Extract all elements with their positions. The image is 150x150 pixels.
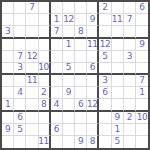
cell-r9c9[interactable] <box>99 99 111 111</box>
cell-r9c10[interactable] <box>112 99 124 111</box>
cell-r5c7[interactable] <box>75 51 87 63</box>
cell-r10c3[interactable] <box>26 112 38 124</box>
sudoku-board: 7261129117378111129712533105611374296118… <box>0 0 150 150</box>
cell-r1c10[interactable] <box>112 2 124 14</box>
cell-r4c2[interactable] <box>14 39 26 51</box>
cell-r12c9[interactable] <box>99 136 111 148</box>
given-digit: 1 <box>139 88 144 97</box>
given-digit: 1 <box>66 40 71 49</box>
cell-r8c6: 9 <box>63 87 75 99</box>
cell-r12c5[interactable] <box>51 136 63 148</box>
given-digit: 7 <box>54 27 59 36</box>
given-digit: 6 <box>90 63 95 72</box>
cell-r2c11: 7 <box>124 14 136 26</box>
given-digit: 9 <box>5 125 10 134</box>
given-digit: 4 <box>17 88 22 97</box>
cell-r10c12: 10 <box>136 112 148 124</box>
cell-r11c5: 6 <box>51 124 63 136</box>
cell-r8c5[interactable] <box>51 87 63 99</box>
cell-r3c3[interactable] <box>26 26 38 38</box>
cell-r6c7[interactable] <box>75 63 87 75</box>
given-digit: 8 <box>41 100 46 109</box>
cell-r9c4: 8 <box>39 99 51 111</box>
cell-r7c3: 11 <box>26 75 38 87</box>
given-digit: 7 <box>17 52 22 61</box>
cell-r12c12[interactable] <box>136 136 148 148</box>
given-digit: 6 <box>54 125 59 134</box>
cell-r7c8[interactable] <box>87 75 99 87</box>
cell-r10c4[interactable] <box>39 112 51 124</box>
cell-r1c1[interactable] <box>2 2 14 14</box>
given-digit: 12 <box>100 40 110 49</box>
cell-r9c12[interactable] <box>136 99 148 111</box>
cell-r10c5[interactable] <box>51 112 63 124</box>
cell-r9c11[interactable] <box>124 99 136 111</box>
cell-r7c10[interactable] <box>112 75 124 87</box>
given-digit: 6 <box>139 3 144 12</box>
given-digit: 1 <box>114 125 119 134</box>
cell-r12c7: 9 <box>75 136 87 148</box>
cell-r4c4[interactable] <box>39 39 51 51</box>
cell-r2c1[interactable] <box>2 14 14 26</box>
given-digit: 10 <box>39 63 49 72</box>
cell-r4c10[interactable] <box>112 39 124 51</box>
cell-r10c1[interactable] <box>2 112 14 124</box>
cell-r2c4[interactable] <box>39 14 51 26</box>
cell-r10c9[interactable] <box>99 112 111 124</box>
given-digit: 7 <box>127 15 132 24</box>
cell-r1c12: 6 <box>136 2 148 14</box>
cell-r1c9: 2 <box>99 2 111 14</box>
cell-r9c5: 4 <box>51 99 63 111</box>
cell-r12c2[interactable] <box>14 136 26 148</box>
given-digit: 9 <box>66 88 71 97</box>
cell-r3c5: 7 <box>51 26 63 38</box>
cell-r11c1: 9 <box>2 124 14 136</box>
cell-r8c4: 2 <box>39 87 51 99</box>
cell-r2c6: 12 <box>63 14 75 26</box>
cell-r3c8[interactable] <box>87 26 99 38</box>
cell-r5c9: 5 <box>99 51 111 63</box>
given-digit: 12 <box>27 52 37 61</box>
cell-r11c12[interactable] <box>136 124 148 136</box>
cell-r6c10[interactable] <box>112 63 124 75</box>
cell-r4c12: 9 <box>136 39 148 51</box>
cell-r6c3[interactable] <box>26 63 38 75</box>
cell-r12c1[interactable] <box>2 136 14 148</box>
given-digit: 12 <box>87 100 97 109</box>
given-digit: 3 <box>127 52 132 61</box>
cell-r5c2: 7 <box>14 51 26 63</box>
cell-r2c12[interactable] <box>136 14 148 26</box>
cell-r8c9: 6 <box>99 87 111 99</box>
given-digit: 2 <box>102 3 107 12</box>
cell-r5c8[interactable] <box>87 51 99 63</box>
cell-r11c7[interactable] <box>75 124 87 136</box>
cell-r1c11[interactable] <box>124 2 136 14</box>
given-digit: 6 <box>17 113 22 122</box>
cell-r6c6: 5 <box>63 63 75 75</box>
cell-r7c6[interactable] <box>63 75 75 87</box>
cell-r1c3: 7 <box>26 2 38 14</box>
cell-r1c5[interactable] <box>51 2 63 14</box>
cell-r9c6[interactable] <box>63 99 75 111</box>
given-digit: 9 <box>114 113 119 122</box>
cell-r12c6[interactable] <box>63 136 75 148</box>
cell-r6c4: 10 <box>39 63 51 75</box>
cell-r7c5[interactable] <box>51 75 63 87</box>
cell-r7c1[interactable] <box>2 75 14 87</box>
cell-r7c11[interactable] <box>124 75 136 87</box>
cell-r8c1[interactable] <box>2 87 14 99</box>
given-digit: 2 <box>41 88 46 97</box>
cell-r8c7[interactable] <box>75 87 87 99</box>
given-digit: 1 <box>54 15 59 24</box>
cell-r11c3[interactable] <box>26 124 38 136</box>
cell-r12c8: 8 <box>87 136 99 148</box>
cell-r10c6[interactable] <box>63 112 75 124</box>
cell-r1c8[interactable] <box>87 2 99 14</box>
cell-r6c11[interactable] <box>124 63 136 75</box>
given-digit: 9 <box>78 137 83 146</box>
cell-r2c3[interactable] <box>26 14 38 26</box>
cell-r7c4[interactable] <box>39 75 51 87</box>
given-digit: 6 <box>102 88 107 97</box>
cell-r1c7[interactable] <box>75 2 87 14</box>
cell-r8c10[interactable] <box>112 87 124 99</box>
cell-r11c2: 5 <box>14 124 26 136</box>
cell-r2c2[interactable] <box>14 14 26 26</box>
given-digit: 5 <box>17 125 22 134</box>
cell-r8c2: 4 <box>14 87 26 99</box>
cell-r6c1[interactable] <box>2 63 14 75</box>
cell-r10c11: 2 <box>124 112 136 124</box>
cell-r5c12[interactable] <box>136 51 148 63</box>
cell-r7c7[interactable] <box>75 75 87 87</box>
cell-r1c2[interactable] <box>14 2 26 14</box>
given-digit: 9 <box>90 15 95 24</box>
given-digit: 8 <box>78 27 83 36</box>
cell-r3c11[interactable] <box>124 26 136 38</box>
cell-r12c10: 5 <box>112 136 124 148</box>
given-digit: 10 <box>137 113 147 122</box>
cell-r10c7[interactable] <box>75 112 87 124</box>
cell-r4c3[interactable] <box>26 39 38 51</box>
cell-r5c10[interactable] <box>112 51 124 63</box>
cell-r12c11[interactable] <box>124 136 136 148</box>
given-digit: 7 <box>29 3 34 12</box>
cell-r8c11[interactable] <box>124 87 136 99</box>
cell-r8c12: 1 <box>136 87 148 99</box>
cell-r2c10: 11 <box>112 14 124 26</box>
cell-r10c2: 6 <box>14 112 26 124</box>
given-digit: 11 <box>27 76 37 85</box>
cell-r6c12[interactable] <box>136 63 148 75</box>
cell-r3c9[interactable] <box>99 26 111 38</box>
cell-r4c11[interactable] <box>124 39 136 51</box>
given-digit: 3 <box>102 76 107 85</box>
cell-r1c4[interactable] <box>39 2 51 14</box>
cell-r2c5: 1 <box>51 14 63 26</box>
given-digit: 2 <box>127 113 132 122</box>
cell-r1c6[interactable] <box>63 2 75 14</box>
cell-r10c10: 9 <box>112 112 124 124</box>
cell-r9c8: 12 <box>87 99 99 111</box>
cell-r11c4[interactable] <box>39 124 51 136</box>
given-digit: 6 <box>78 100 83 109</box>
cell-r12c3[interactable] <box>26 136 38 148</box>
cell-r3c4[interactable] <box>39 26 51 38</box>
given-digit: 3 <box>5 27 10 36</box>
cell-r7c2[interactable] <box>14 75 26 87</box>
given-digit: 5 <box>66 63 71 72</box>
cell-r3c12[interactable] <box>136 26 148 38</box>
given-digit: 3 <box>17 63 22 72</box>
cell-r8c3[interactable] <box>26 87 38 99</box>
given-digit: 8 <box>90 137 95 146</box>
cell-r4c9: 12 <box>99 39 111 51</box>
cell-r6c2: 3 <box>14 63 26 75</box>
given-digit: 5 <box>102 52 107 61</box>
cell-r3c2[interactable] <box>14 26 26 38</box>
given-digit: 5 <box>114 137 119 146</box>
cell-r7c12: 7 <box>136 75 148 87</box>
given-digit: 11 <box>87 40 97 49</box>
cell-r2c9[interactable] <box>99 14 111 26</box>
cell-r11c11[interactable] <box>124 124 136 136</box>
cell-r3c7: 8 <box>75 26 87 38</box>
cell-r3c6[interactable] <box>63 26 75 38</box>
cell-r9c7: 6 <box>75 99 87 111</box>
cell-r5c6[interactable] <box>63 51 75 63</box>
cell-r4c7[interactable] <box>75 39 87 51</box>
cell-r5c3: 12 <box>26 51 38 63</box>
cell-r11c9[interactable] <box>99 124 111 136</box>
cell-r5c4[interactable] <box>39 51 51 63</box>
cell-r5c5[interactable] <box>51 51 63 63</box>
given-digit: 11 <box>112 15 122 24</box>
cell-r3c10[interactable] <box>112 26 124 38</box>
cell-r5c11: 3 <box>124 51 136 63</box>
cell-r7c9: 3 <box>99 75 111 87</box>
cell-r6c9[interactable] <box>99 63 111 75</box>
cell-r2c7[interactable] <box>75 14 87 26</box>
given-digit: 11 <box>39 137 49 146</box>
cell-r9c2[interactable] <box>14 99 26 111</box>
cell-r4c8: 11 <box>87 39 99 51</box>
given-digit: 1 <box>5 100 10 109</box>
cell-r4c1[interactable] <box>2 39 14 51</box>
cell-r4c6: 1 <box>63 39 75 51</box>
cell-r9c3[interactable] <box>26 99 38 111</box>
cell-r2c8: 9 <box>87 14 99 26</box>
cell-r5c1[interactable] <box>2 51 14 63</box>
cell-r12c4: 11 <box>39 136 51 148</box>
cell-r11c6[interactable] <box>63 124 75 136</box>
given-digit: 7 <box>139 76 144 85</box>
given-digit: 12 <box>63 15 73 24</box>
cell-r6c5[interactable] <box>51 63 63 75</box>
cell-r9c1: 1 <box>2 99 14 111</box>
cell-r6c8: 6 <box>87 63 99 75</box>
given-digit: 9 <box>139 40 144 49</box>
cell-r11c8[interactable] <box>87 124 99 136</box>
given-digit: 4 <box>54 100 59 109</box>
cell-r4c5[interactable] <box>51 39 63 51</box>
cell-r10c8[interactable] <box>87 112 99 124</box>
cell-r8c8[interactable] <box>87 87 99 99</box>
cell-r3c1: 3 <box>2 26 14 38</box>
cell-r11c10: 1 <box>112 124 124 136</box>
